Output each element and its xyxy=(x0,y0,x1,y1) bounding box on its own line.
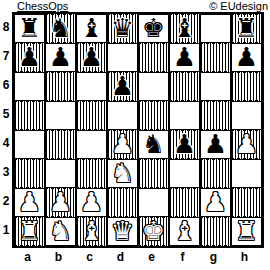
square-e1[interactable]: ♚ xyxy=(138,217,169,246)
square-e8[interactable]: ♚ xyxy=(138,14,169,43)
piece-white-knight: ♞ xyxy=(111,160,134,187)
piece-white-queen: ♛ xyxy=(111,218,134,245)
square-c8[interactable]: ♝ xyxy=(76,14,107,43)
square-e2[interactable] xyxy=(138,188,169,217)
square-d2[interactable] xyxy=(107,188,138,217)
square-c1[interactable]: ♝ xyxy=(76,217,107,246)
square-h3[interactable] xyxy=(231,159,262,188)
square-a1[interactable]: ♜ xyxy=(14,217,45,246)
rank-label-3: 3 xyxy=(0,157,12,186)
square-e4[interactable]: ♞ xyxy=(138,130,169,159)
square-d7[interactable] xyxy=(107,43,138,72)
square-c3[interactable] xyxy=(76,159,107,188)
square-d8[interactable]: ♛ xyxy=(107,14,138,43)
square-b6[interactable] xyxy=(45,72,76,101)
square-d4[interactable]: ♟ xyxy=(107,130,138,159)
square-g2[interactable]: ♟ xyxy=(200,188,231,217)
square-d6[interactable]: ♟ xyxy=(107,72,138,101)
piece-white-pawn: ♟ xyxy=(235,131,258,158)
piece-white-pawn: ♟ xyxy=(80,189,103,216)
file-label-e: e xyxy=(136,249,167,264)
rank-label-2: 2 xyxy=(0,186,12,215)
piece-black-rook: ♜ xyxy=(235,15,258,42)
square-f5[interactable] xyxy=(169,101,200,130)
chess-board: ♜♞♝♛♚♝♜♟♟♟♟♟♟♟♞♟♟♟♞♟♟♟♟♜♞♝♛♚♝♜ xyxy=(12,12,264,248)
square-g8[interactable] xyxy=(200,14,231,43)
file-label-d: d xyxy=(105,249,136,264)
rank-label-6: 6 xyxy=(0,70,12,99)
square-c2[interactable]: ♟ xyxy=(76,188,107,217)
square-c5[interactable] xyxy=(76,101,107,130)
piece-black-pawn: ♟ xyxy=(18,44,41,71)
square-d3[interactable]: ♞ xyxy=(107,159,138,188)
piece-black-rook: ♜ xyxy=(18,15,41,42)
square-b5[interactable] xyxy=(45,101,76,130)
square-d5[interactable] xyxy=(107,101,138,130)
square-f6[interactable] xyxy=(169,72,200,101)
piece-black-pawn: ♟ xyxy=(173,131,196,158)
square-f4[interactable]: ♟ xyxy=(169,130,200,159)
piece-black-pawn: ♟ xyxy=(173,44,196,71)
file-label-f: f xyxy=(167,249,198,264)
rank-labels: 87654321 xyxy=(0,12,12,248)
piece-black-king: ♚ xyxy=(142,15,165,42)
square-e5[interactable] xyxy=(138,101,169,130)
square-b3[interactable] xyxy=(45,159,76,188)
piece-white-knight: ♞ xyxy=(49,218,72,245)
square-c7[interactable]: ♟ xyxy=(76,43,107,72)
rank-label-5: 5 xyxy=(0,99,12,128)
piece-black-pawn: ♟ xyxy=(235,44,258,71)
piece-white-pawn: ♟ xyxy=(18,189,41,216)
file-label-b: b xyxy=(43,249,74,264)
square-d1[interactable]: ♛ xyxy=(107,217,138,246)
square-g6[interactable] xyxy=(200,72,231,101)
square-f8[interactable]: ♝ xyxy=(169,14,200,43)
piece-white-pawn: ♟ xyxy=(111,131,134,158)
file-label-h: h xyxy=(229,249,260,264)
square-h8[interactable]: ♜ xyxy=(231,14,262,43)
file-label-c: c xyxy=(74,249,105,264)
square-f2[interactable] xyxy=(169,188,200,217)
square-h5[interactable] xyxy=(231,101,262,130)
rank-label-7: 7 xyxy=(0,41,12,70)
credit-text: © EUdesign xyxy=(209,0,268,12)
square-a3[interactable] xyxy=(14,159,45,188)
square-f3[interactable] xyxy=(169,159,200,188)
piece-white-bishop: ♝ xyxy=(80,218,103,245)
file-label-g: g xyxy=(198,249,229,264)
title-bar: ChessOps © EUdesign xyxy=(0,0,270,12)
piece-black-pawn: ♟ xyxy=(80,44,103,71)
square-h4[interactable]: ♟ xyxy=(231,130,262,159)
piece-black-bishop: ♝ xyxy=(173,15,196,42)
piece-black-knight: ♞ xyxy=(142,131,165,158)
square-b2[interactable]: ♟ xyxy=(45,188,76,217)
square-a6[interactable] xyxy=(14,72,45,101)
square-h2[interactable] xyxy=(231,188,262,217)
square-e7[interactable] xyxy=(138,43,169,72)
square-b1[interactable]: ♞ xyxy=(45,217,76,246)
square-f7[interactable]: ♟ xyxy=(169,43,200,72)
piece-white-pawn: ♟ xyxy=(204,189,227,216)
piece-white-pawn: ♟ xyxy=(49,189,72,216)
piece-black-knight: ♞ xyxy=(49,15,72,42)
square-g5[interactable] xyxy=(200,101,231,130)
square-e3[interactable] xyxy=(138,159,169,188)
square-c4[interactable] xyxy=(76,130,107,159)
app-title: ChessOps xyxy=(17,0,68,12)
chessops-window: ChessOps © EUdesign 87654321 ♜♞♝♛♚♝♜♟♟♟♟… xyxy=(0,0,270,270)
rank-label-8: 8 xyxy=(0,12,12,41)
file-label-a: a xyxy=(12,249,43,264)
piece-black-pawn: ♟ xyxy=(111,73,134,100)
piece-white-rook: ♜ xyxy=(235,218,258,245)
square-h1[interactable]: ♜ xyxy=(231,217,262,246)
piece-black-queen: ♛ xyxy=(111,15,134,42)
square-g7[interactable] xyxy=(200,43,231,72)
square-a7[interactable]: ♟ xyxy=(14,43,45,72)
square-h6[interactable] xyxy=(231,72,262,101)
square-b4[interactable] xyxy=(45,130,76,159)
square-b7[interactable]: ♟ xyxy=(45,43,76,72)
piece-white-rook: ♜ xyxy=(18,218,41,245)
piece-black-pawn: ♟ xyxy=(49,44,72,71)
square-e6[interactable] xyxy=(138,72,169,101)
file-labels: abcdefgh xyxy=(12,249,264,264)
square-g3[interactable] xyxy=(200,159,231,188)
square-a4[interactable] xyxy=(14,130,45,159)
square-h7[interactable]: ♟ xyxy=(231,43,262,72)
square-a5[interactable] xyxy=(14,101,45,130)
piece-black-pawn: ♟ xyxy=(204,131,227,158)
square-g4[interactable]: ♟ xyxy=(200,130,231,159)
square-f1[interactable]: ♝ xyxy=(169,217,200,246)
rank-label-4: 4 xyxy=(0,128,12,157)
square-b8[interactable]: ♞ xyxy=(45,14,76,43)
piece-black-bishop: ♝ xyxy=(80,15,103,42)
piece-white-king: ♚ xyxy=(142,218,165,245)
square-a2[interactable]: ♟ xyxy=(14,188,45,217)
rank-label-1: 1 xyxy=(0,215,12,244)
square-g1[interactable] xyxy=(200,217,231,246)
square-c6[interactable] xyxy=(76,72,107,101)
square-a8[interactable]: ♜ xyxy=(14,14,45,43)
piece-white-bishop: ♝ xyxy=(173,218,196,245)
